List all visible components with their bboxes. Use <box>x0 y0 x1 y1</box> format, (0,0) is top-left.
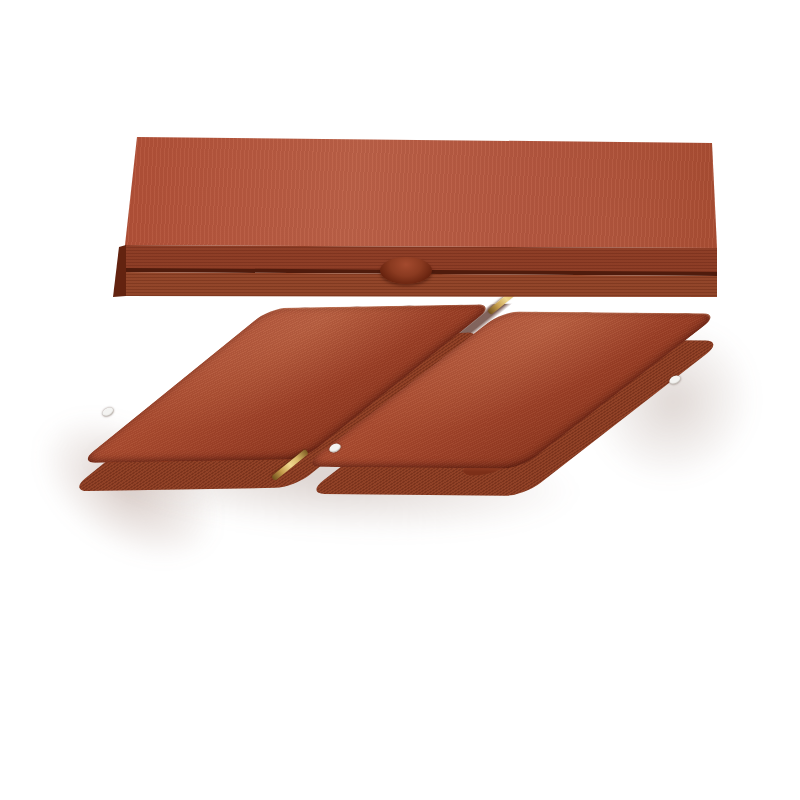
product-scene <box>0 0 800 800</box>
box-thumb-notch <box>380 257 432 284</box>
